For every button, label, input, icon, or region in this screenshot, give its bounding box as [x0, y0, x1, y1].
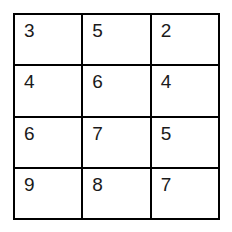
cell-value: 3: [24, 20, 35, 41]
grid-cell-r2c0: 6: [15, 118, 81, 167]
number-grid-board: 3 5 2 4 6 4 6 7 5 9 8 7: [13, 13, 220, 220]
grid-cell-r3c0: 9: [15, 169, 81, 218]
cell-value: 7: [161, 174, 172, 195]
grid-cell-r3c1: 8: [83, 169, 149, 218]
grid-cell-r0c0: 3: [15, 15, 81, 64]
cell-value: 5: [92, 20, 103, 41]
grid-cell-r2c1: 7: [83, 118, 149, 167]
cell-value: 5: [161, 123, 172, 144]
grid-cell-r1c2: 4: [152, 66, 218, 115]
grid-cell-r3c2: 7: [152, 169, 218, 218]
cell-value: 4: [161, 71, 172, 92]
cell-value: 2: [161, 20, 172, 41]
cell-value: 4: [24, 71, 35, 92]
grid-cell-r0c2: 2: [152, 15, 218, 64]
cell-value: 6: [24, 123, 35, 144]
cell-value: 6: [92, 71, 103, 92]
grid-cell-r1c0: 4: [15, 66, 81, 115]
grid-cell-r0c1: 5: [83, 15, 149, 64]
cell-value: 9: [24, 174, 35, 195]
cell-value: 8: [92, 174, 103, 195]
grid-cell-r1c1: 6: [83, 66, 149, 115]
grid-cell-r2c2: 5: [152, 118, 218, 167]
cell-value: 7: [92, 123, 103, 144]
